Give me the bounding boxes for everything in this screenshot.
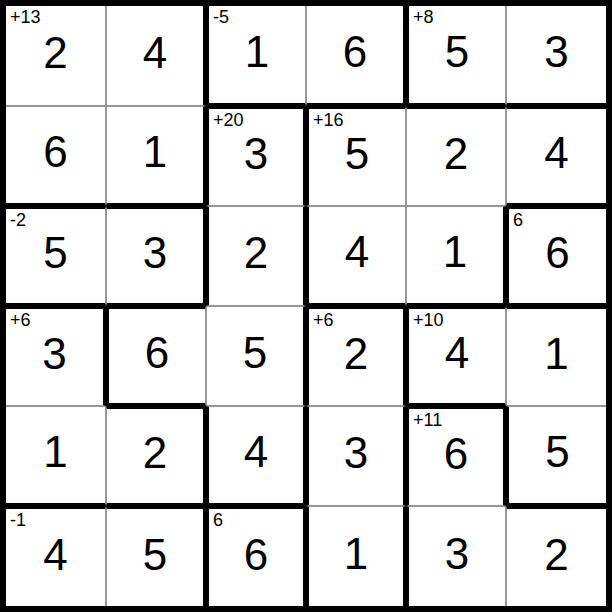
cell-value: 5	[43, 231, 67, 275]
cage-label: -1	[10, 510, 26, 530]
cell-value: 4	[143, 31, 167, 75]
cell-value: 4	[345, 230, 369, 274]
cell-r2c6[interactable]: 4	[506, 106, 606, 206]
cell-r3c6[interactable]: 66	[506, 206, 606, 306]
kenken-board: +1324-516+85361+203+16524-25324166+6365+…	[0, 0, 612, 612]
cell-r5c2[interactable]: 2	[106, 406, 206, 506]
cell-r1c4[interactable]: 6	[306, 6, 406, 106]
cell-r6c1[interactable]: -14	[6, 506, 106, 606]
cell-r4c1[interactable]: +63	[6, 306, 106, 406]
cell-value: 5	[445, 30, 469, 74]
cage-label: 6	[213, 510, 223, 530]
cell-value: 1	[544, 332, 568, 376]
cell-value: 1	[43, 430, 67, 474]
cell-r2c5[interactable]: 2	[406, 106, 506, 206]
cage-label: +11	[413, 410, 442, 430]
cell-value: 3	[244, 132, 268, 176]
cage-label: -2	[10, 210, 26, 230]
cell-r5c3[interactable]: 4	[206, 406, 306, 506]
cell-value: 4	[244, 430, 268, 474]
cell-r3c3[interactable]: 2	[206, 206, 306, 306]
cell-value: 6	[343, 30, 367, 74]
cell-value: 6	[444, 432, 468, 476]
cell-value: 2	[143, 431, 167, 475]
cell-r4c5[interactable]: +104	[406, 306, 506, 406]
cell-value: 1	[245, 30, 269, 74]
cell-value: 3	[445, 532, 469, 576]
cell-value: 6	[545, 231, 569, 275]
cell-value: 4	[43, 533, 67, 577]
cage-label: +10	[413, 310, 444, 330]
cell-value: 1	[443, 230, 467, 274]
cell-r5c5[interactable]: +116	[406, 406, 506, 506]
cell-r6c4[interactable]: 1	[306, 506, 406, 606]
cell-r3c4[interactable]: 4	[306, 206, 406, 306]
cell-r3c2[interactable]: 3	[106, 206, 206, 306]
cell-value: 1	[143, 130, 167, 174]
cell-r6c3[interactable]: 66	[206, 506, 306, 606]
cell-value: 2	[344, 332, 368, 376]
cell-r3c5[interactable]: 1	[406, 206, 506, 306]
cage-label: +6	[10, 310, 31, 330]
cell-value: 4	[544, 131, 568, 175]
cell-value: 2	[444, 132, 468, 176]
cell-value: 5	[243, 331, 267, 375]
cell-r4c3[interactable]: 5	[206, 306, 306, 406]
cell-value: 5	[545, 430, 569, 474]
cell-r2c2[interactable]: 1	[106, 106, 206, 206]
cell-r6c6[interactable]: 2	[506, 506, 606, 606]
cell-value: 3	[42, 332, 66, 376]
cell-r1c1[interactable]: +132	[6, 6, 106, 106]
cage-label: +6	[313, 310, 334, 330]
cage-label: 6	[513, 210, 523, 230]
cell-r1c2[interactable]: 4	[106, 6, 206, 106]
cell-value: 4	[445, 331, 469, 375]
cell-value: 5	[143, 533, 167, 577]
cell-value: 3	[143, 231, 167, 275]
cell-r4c2[interactable]: 6	[106, 306, 206, 406]
cell-r5c4[interactable]: 3	[306, 406, 406, 506]
cage-label: -5	[213, 7, 229, 27]
cell-r5c1[interactable]: 1	[6, 406, 106, 506]
cell-r6c2[interactable]: 5	[106, 506, 206, 606]
cage-label: +8	[413, 7, 434, 27]
cell-r1c6[interactable]: 3	[506, 6, 606, 106]
cell-value: 2	[244, 231, 268, 275]
cell-r3c1[interactable]: -25	[6, 206, 106, 306]
cell-value: 6	[43, 130, 67, 174]
cell-value: 5	[345, 132, 369, 176]
cell-r1c5[interactable]: +85	[406, 6, 506, 106]
cage-label: +16	[313, 110, 344, 130]
cell-r2c4[interactable]: +165	[306, 106, 406, 206]
cage-label: +13	[10, 7, 41, 27]
cell-r2c1[interactable]: 6	[6, 106, 106, 206]
cell-value: 1	[344, 532, 368, 576]
cell-r2c3[interactable]: +203	[206, 106, 306, 206]
cell-r5c6[interactable]: 5	[506, 406, 606, 506]
cell-value: 6	[145, 331, 169, 375]
cell-value: 2	[43, 31, 67, 75]
cell-r1c3[interactable]: -51	[206, 6, 306, 106]
cell-value: 6	[244, 533, 268, 577]
cage-label: +20	[213, 110, 244, 130]
cell-r6c5[interactable]: 3	[406, 506, 506, 606]
cell-value: 3	[344, 431, 368, 475]
cell-r4c4[interactable]: +62	[306, 306, 406, 406]
cell-value: 2	[544, 533, 568, 577]
cell-r4c6[interactable]: 1	[506, 306, 606, 406]
cell-value: 3	[544, 30, 568, 74]
